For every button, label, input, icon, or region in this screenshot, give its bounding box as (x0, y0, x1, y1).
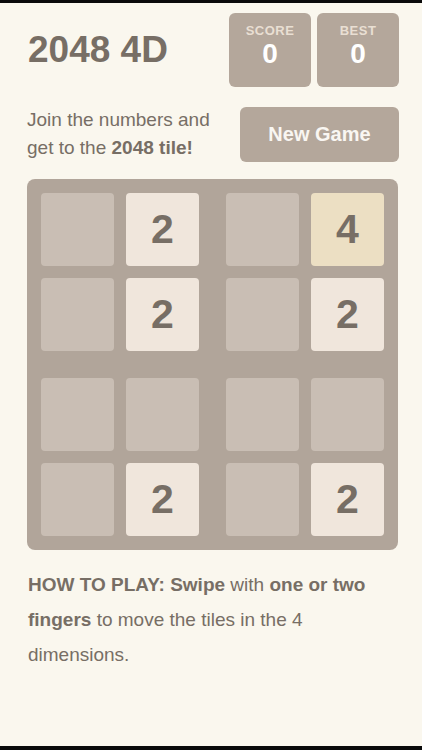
tile-2: 2 (126, 463, 199, 536)
tile-2: 2 (126, 193, 199, 266)
game-board[interactable]: 224222 (27, 179, 398, 550)
score-box: SCORE 0 (229, 13, 311, 87)
tile-2: 2 (311, 278, 384, 351)
tile-2: 2 (311, 463, 384, 536)
empty-cell (41, 278, 114, 351)
board-block-1-1: 2 (226, 378, 384, 536)
status-bar-top (0, 0, 422, 3)
intro-text: Join the numbers and get to the 2048 til… (27, 106, 234, 162)
score-value: 0 (229, 38, 311, 70)
empty-cell (226, 193, 299, 266)
how-to-play-text: HOW TO PLAY: Swipe with one or two finge… (27, 567, 399, 672)
empty-cell (226, 463, 299, 536)
app-title: 2048 4D (27, 29, 168, 71)
empty-cell (41, 463, 114, 536)
board-block-1-0: 2 (41, 378, 199, 536)
score-panel: SCORE 0 BEST 0 (229, 13, 399, 87)
board-block-0-1: 42 (226, 193, 384, 351)
best-label: BEST (317, 23, 399, 38)
empty-cell (126, 378, 199, 451)
board-block-0-0: 22 (41, 193, 199, 351)
best-box: BEST 0 (317, 13, 399, 87)
best-value: 0 (317, 38, 399, 70)
tile-2: 2 (126, 278, 199, 351)
empty-cell (226, 278, 299, 351)
empty-cell (311, 378, 384, 451)
tile-4: 4 (311, 193, 384, 266)
empty-cell (41, 193, 114, 266)
header: 2048 4D SCORE 0 BEST 0 (27, 13, 399, 87)
empty-cell (226, 378, 299, 451)
plain-text: with (225, 574, 269, 595)
score-label: SCORE (229, 23, 311, 38)
new-game-button[interactable]: New Game (240, 107, 399, 162)
page: 2048 4D SCORE 0 BEST 0 Join the numbers … (0, 0, 422, 672)
bold-text: HOW TO PLAY: Swipe (28, 574, 225, 595)
intro-row: Join the numbers and get to the 2048 til… (27, 106, 399, 162)
status-bar-bottom (0, 746, 422, 750)
bold-text: 2048 tile! (112, 137, 193, 158)
empty-cell (41, 378, 114, 451)
